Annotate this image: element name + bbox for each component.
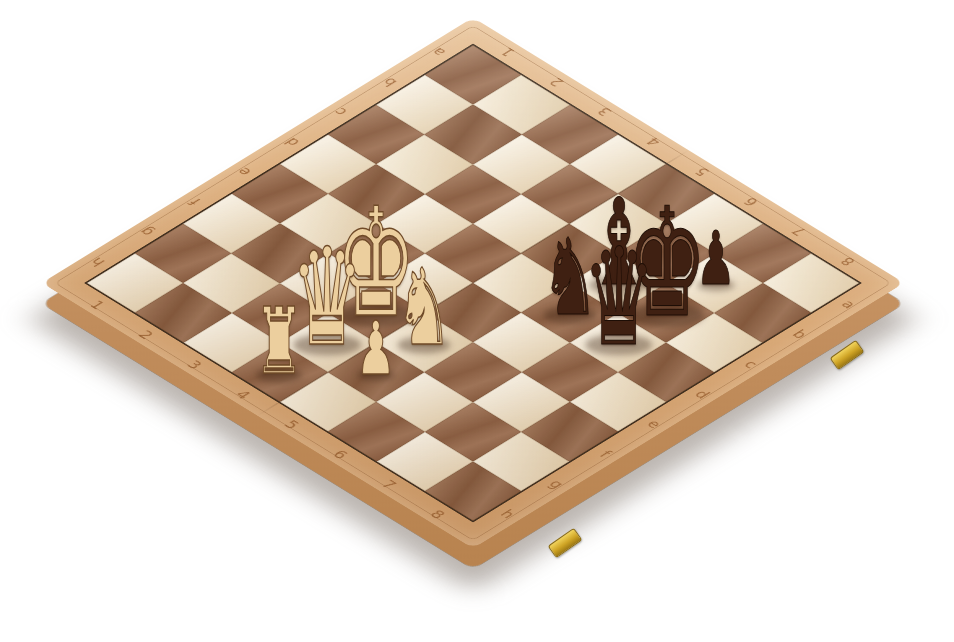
- square-h7: [376, 432, 473, 491]
- square-h3: [183, 313, 280, 372]
- square-h6: [328, 402, 425, 461]
- square-e6: [473, 313, 570, 372]
- square-b8: [714, 283, 811, 342]
- rank-labels-fileh-side: 12345678: [63, 283, 473, 535]
- square-c8: [666, 313, 763, 372]
- square-d7: [570, 313, 667, 372]
- square-d6: [521, 283, 618, 342]
- square-f7: [473, 372, 570, 431]
- square-f5: [376, 313, 473, 372]
- square-e7: [521, 342, 618, 401]
- square-f6: [425, 342, 522, 401]
- file-labels-rank8-side: abcdefgh: [473, 283, 883, 535]
- square-g3: [232, 283, 329, 342]
- square-h2: [135, 283, 232, 342]
- square-e5: [425, 283, 522, 342]
- square-g6: [376, 372, 473, 431]
- square-e8: [570, 372, 667, 431]
- chess-board: abcdefgh 12345678 12345678 abcdefgh: [42, 17, 905, 548]
- product-photo-scene: abcdefgh 12345678 12345678 abcdefgh ♚♛♜♞…: [0, 0, 954, 642]
- square-d8: [618, 342, 715, 401]
- board-frame: abcdefgh 12345678 12345678 abcdefgh: [42, 17, 905, 548]
- square-h5: [280, 372, 377, 431]
- square-h8: [425, 461, 522, 520]
- square-c7: [618, 283, 715, 342]
- square-f8: [521, 402, 618, 461]
- square-f4: [328, 283, 425, 342]
- square-g8: [473, 432, 570, 491]
- square-g7: [425, 402, 522, 461]
- square-g5: [328, 342, 425, 401]
- square-h4: [232, 342, 329, 401]
- square-g4: [280, 313, 377, 372]
